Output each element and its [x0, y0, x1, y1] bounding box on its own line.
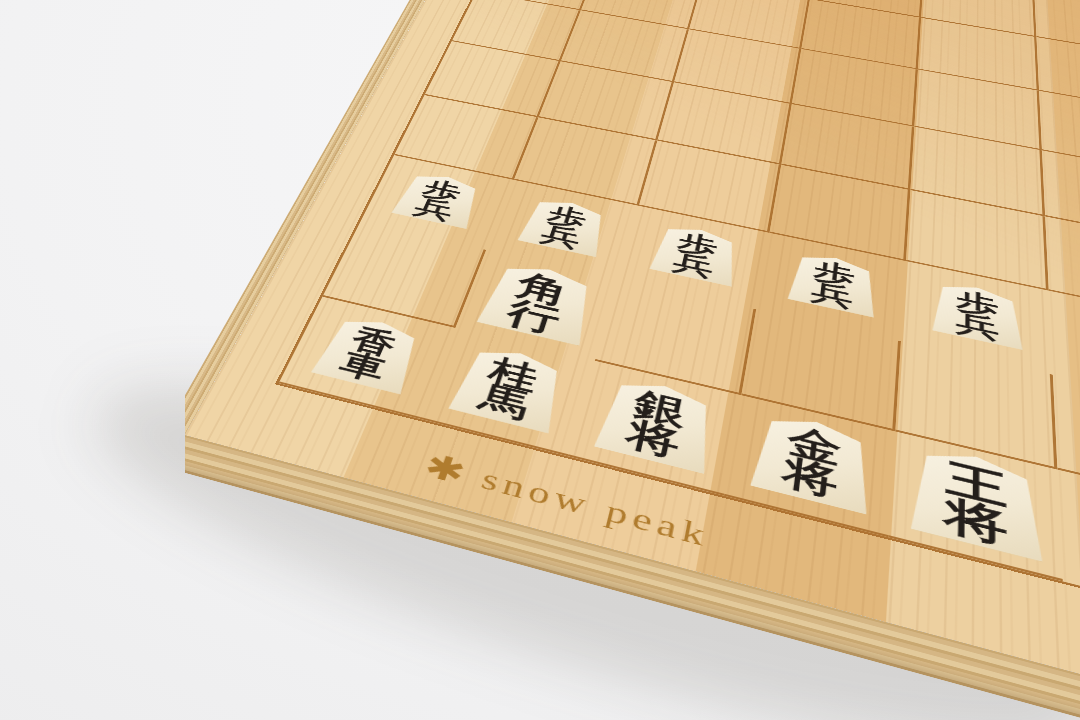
piece-kanji: 歩兵: [538, 204, 589, 251]
piece-pawn-5g[interactable]: 歩兵: [932, 279, 1022, 350]
piece-kanji: 歩兵: [671, 231, 720, 280]
piece-bishop-8h[interactable]: 角行: [477, 259, 599, 346]
piece-kanji: 桂馬: [476, 356, 542, 422]
cell-6g[interactable]: [322, 222, 486, 328]
cell-4g[interactable]: [741, 309, 901, 431]
piece-kanji: 歩兵: [810, 259, 856, 310]
cell-4f[interactable]: [1045, 217, 1080, 322]
piece-kanji: 香車: [336, 325, 400, 384]
piece-kanji: 金将: [781, 425, 843, 502]
piece-silver-7i[interactable]: 銀将: [594, 374, 718, 474]
cell-3g[interactable]: [895, 341, 1057, 470]
piece-lance-9i[interactable]: 香車: [311, 312, 426, 394]
photo-backdrop: 歩兵歩兵歩兵歩兵歩兵歩兵角行香車桂馬銀将金将王将金将銀将 ✱ snow peak: [0, 0, 1080, 720]
piece-kanji: 銀将: [624, 389, 689, 462]
piece-knight-8i[interactable]: 桂馬: [448, 342, 569, 433]
piece-pawn-6g[interactable]: 歩兵: [788, 250, 878, 318]
piece-kanji: 歩兵: [411, 178, 464, 223]
piece-gold-6i[interactable]: 金将: [750, 409, 872, 514]
piece-kanji: 王将: [944, 459, 1008, 548]
cell-5g[interactable]: [595, 279, 756, 396]
snowflake-icon: ✱: [420, 448, 470, 489]
piece-pawn-7g[interactable]: 歩兵: [650, 222, 742, 287]
piece-kanji: 歩兵: [955, 289, 999, 343]
piece-kanji: 角行: [503, 271, 571, 337]
piece-pawn-9g[interactable]: 歩兵: [391, 170, 485, 229]
cell-9i[interactable]: [1063, 579, 1080, 628]
cell-2g[interactable]: [1053, 375, 1080, 510]
piece-pawn-8g[interactable]: 歩兵: [518, 195, 611, 257]
